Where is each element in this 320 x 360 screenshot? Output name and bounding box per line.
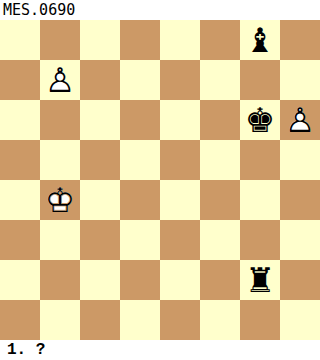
square-g6[interactable]: ♚	[240, 100, 280, 140]
square-d2[interactable]	[120, 260, 160, 300]
square-e3[interactable]	[160, 220, 200, 260]
square-e5[interactable]	[160, 140, 200, 180]
square-b7[interactable]: ♟♙	[40, 60, 80, 100]
square-f1[interactable]	[200, 300, 240, 340]
square-b8[interactable]	[40, 20, 80, 60]
square-g1[interactable]	[240, 300, 280, 340]
square-c6[interactable]	[80, 100, 120, 140]
square-g2[interactable]: ♜	[240, 260, 280, 300]
square-e4[interactable]	[160, 180, 200, 220]
square-h4[interactable]	[280, 180, 320, 220]
square-e6[interactable]	[160, 100, 200, 140]
square-d1[interactable]	[120, 300, 160, 340]
square-f2[interactable]	[200, 260, 240, 300]
diagram-title: MES.0690	[0, 0, 320, 20]
square-h2[interactable]	[280, 260, 320, 300]
square-f7[interactable]	[200, 60, 240, 100]
square-h8[interactable]	[280, 20, 320, 60]
square-e1[interactable]	[160, 300, 200, 340]
square-b4[interactable]: ♚♔	[40, 180, 80, 220]
square-d4[interactable]	[120, 180, 160, 220]
black-king: ♚	[240, 100, 280, 140]
square-c3[interactable]	[80, 220, 120, 260]
square-b1[interactable]	[40, 300, 80, 340]
square-b2[interactable]	[40, 260, 80, 300]
square-b3[interactable]	[40, 220, 80, 260]
square-d7[interactable]	[120, 60, 160, 100]
square-c4[interactable]	[80, 180, 120, 220]
square-c2[interactable]	[80, 260, 120, 300]
square-c5[interactable]	[80, 140, 120, 180]
square-b6[interactable]	[40, 100, 80, 140]
square-e8[interactable]	[160, 20, 200, 60]
square-c7[interactable]	[80, 60, 120, 100]
square-h6[interactable]: ♟♙	[280, 100, 320, 140]
square-g7[interactable]	[240, 60, 280, 100]
square-a2[interactable]	[0, 260, 40, 300]
square-g8[interactable]: ♝	[240, 20, 280, 60]
square-f4[interactable]	[200, 180, 240, 220]
square-g4[interactable]	[240, 180, 280, 220]
square-d8[interactable]	[120, 20, 160, 60]
square-a5[interactable]	[0, 140, 40, 180]
square-f8[interactable]	[200, 20, 240, 60]
square-a3[interactable]	[0, 220, 40, 260]
white-king: ♔	[40, 180, 80, 220]
square-a1[interactable]	[0, 300, 40, 340]
square-b5[interactable]	[40, 140, 80, 180]
square-c8[interactable]	[80, 20, 120, 60]
square-g5[interactable]	[240, 140, 280, 180]
square-d5[interactable]	[120, 140, 160, 180]
square-h5[interactable]	[280, 140, 320, 180]
black-bishop: ♝	[240, 20, 280, 60]
square-d3[interactable]	[120, 220, 160, 260]
white-pawn: ♙	[280, 100, 320, 140]
square-a7[interactable]	[0, 60, 40, 100]
square-h3[interactable]	[280, 220, 320, 260]
square-a8[interactable]	[0, 20, 40, 60]
square-h7[interactable]	[280, 60, 320, 100]
square-f3[interactable]	[200, 220, 240, 260]
square-e7[interactable]	[160, 60, 200, 100]
white-pawn: ♙	[40, 60, 80, 100]
square-a4[interactable]	[0, 180, 40, 220]
square-d6[interactable]	[120, 100, 160, 140]
chess-board: ♝♟♙♚♟♙♚♔♜	[0, 20, 320, 340]
square-e2[interactable]	[160, 260, 200, 300]
square-f5[interactable]	[200, 140, 240, 180]
square-g3[interactable]	[240, 220, 280, 260]
move-prompt: 1. ?	[0, 340, 320, 360]
square-h1[interactable]	[280, 300, 320, 340]
square-c1[interactable]	[80, 300, 120, 340]
square-f6[interactable]	[200, 100, 240, 140]
black-rook: ♜	[240, 260, 280, 300]
square-a6[interactable]	[0, 100, 40, 140]
